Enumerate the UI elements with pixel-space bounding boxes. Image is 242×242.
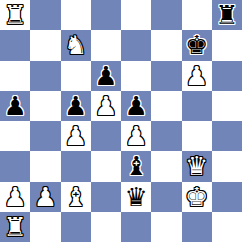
square-d8[interactable] bbox=[91, 0, 121, 30]
black-bishop[interactable]: ♝ bbox=[124, 153, 147, 179]
square-d2[interactable] bbox=[91, 182, 121, 212]
black-pawn[interactable]: ♟ bbox=[94, 63, 117, 89]
square-d1[interactable] bbox=[91, 212, 121, 242]
square-c2[interactable]: ♝ bbox=[61, 182, 91, 212]
square-b8[interactable] bbox=[30, 0, 60, 30]
square-f8[interactable] bbox=[151, 0, 181, 30]
square-h6[interactable] bbox=[212, 61, 242, 91]
square-h4[interactable] bbox=[212, 121, 242, 151]
square-b7[interactable] bbox=[30, 30, 60, 60]
square-f2[interactable] bbox=[151, 182, 181, 212]
square-h1[interactable] bbox=[212, 212, 242, 242]
square-f6[interactable] bbox=[151, 61, 181, 91]
square-e8[interactable] bbox=[121, 0, 151, 30]
square-g6[interactable]: ♟ bbox=[182, 61, 212, 91]
white-bishop[interactable]: ♝ bbox=[64, 184, 87, 210]
square-f7[interactable] bbox=[151, 30, 181, 60]
square-d4[interactable] bbox=[91, 121, 121, 151]
white-pawn[interactable]: ♟ bbox=[64, 123, 87, 149]
black-pawn[interactable]: ♟ bbox=[64, 93, 87, 119]
square-c3[interactable] bbox=[61, 151, 91, 181]
square-d7[interactable] bbox=[91, 30, 121, 60]
square-b1[interactable] bbox=[30, 212, 60, 242]
square-b4[interactable] bbox=[30, 121, 60, 151]
square-b2[interactable]: ♟ bbox=[30, 182, 60, 212]
black-pawn[interactable]: ♟ bbox=[3, 93, 26, 119]
square-d6[interactable]: ♟ bbox=[91, 61, 121, 91]
black-queen[interactable]: ♛ bbox=[124, 184, 147, 210]
square-e6[interactable] bbox=[121, 61, 151, 91]
white-queen[interactable]: ♛ bbox=[185, 153, 208, 179]
square-g5[interactable] bbox=[182, 91, 212, 121]
square-f1[interactable] bbox=[151, 212, 181, 242]
white-pawn[interactable]: ♟ bbox=[3, 184, 26, 210]
square-e4[interactable]: ♟ bbox=[121, 121, 151, 151]
square-a1[interactable]: ♜ bbox=[0, 212, 30, 242]
square-d5[interactable]: ♟ bbox=[91, 91, 121, 121]
square-e2[interactable]: ♛ bbox=[121, 182, 151, 212]
white-king[interactable]: ♚ bbox=[185, 184, 208, 210]
white-pawn[interactable]: ♟ bbox=[34, 184, 57, 210]
black-king[interactable]: ♚ bbox=[185, 32, 208, 58]
square-g3[interactable]: ♛ bbox=[182, 151, 212, 181]
black-rook[interactable]: ♜ bbox=[215, 2, 238, 28]
square-b3[interactable] bbox=[30, 151, 60, 181]
square-h3[interactable] bbox=[212, 151, 242, 181]
white-pawn[interactable]: ♟ bbox=[124, 123, 147, 149]
square-a3[interactable] bbox=[0, 151, 30, 181]
square-b5[interactable] bbox=[30, 91, 60, 121]
square-h8[interactable]: ♜ bbox=[212, 0, 242, 30]
square-c7[interactable]: ♞ bbox=[61, 30, 91, 60]
square-f5[interactable] bbox=[151, 91, 181, 121]
square-e5[interactable]: ♟ bbox=[121, 91, 151, 121]
square-g7[interactable]: ♚ bbox=[182, 30, 212, 60]
square-g2[interactable]: ♚ bbox=[182, 182, 212, 212]
square-f4[interactable] bbox=[151, 121, 181, 151]
square-d3[interactable] bbox=[91, 151, 121, 181]
square-e7[interactable] bbox=[121, 30, 151, 60]
square-f3[interactable] bbox=[151, 151, 181, 181]
square-g8[interactable] bbox=[182, 0, 212, 30]
square-c4[interactable]: ♟ bbox=[61, 121, 91, 151]
square-e3[interactable]: ♝ bbox=[121, 151, 151, 181]
square-g1[interactable] bbox=[182, 212, 212, 242]
white-knight[interactable]: ♞ bbox=[64, 32, 87, 58]
white-rook[interactable]: ♜ bbox=[3, 214, 26, 240]
square-b6[interactable] bbox=[30, 61, 60, 91]
square-a7[interactable] bbox=[0, 30, 30, 60]
square-a5[interactable]: ♟ bbox=[0, 91, 30, 121]
square-a4[interactable] bbox=[0, 121, 30, 151]
white-pawn[interactable]: ♟ bbox=[94, 93, 117, 119]
square-e1[interactable] bbox=[121, 212, 151, 242]
square-c8[interactable] bbox=[61, 0, 91, 30]
black-pawn[interactable]: ♟ bbox=[124, 93, 147, 119]
square-a8[interactable]: ♜ bbox=[0, 0, 30, 30]
square-h2[interactable] bbox=[212, 182, 242, 212]
square-a6[interactable] bbox=[0, 61, 30, 91]
square-h5[interactable] bbox=[212, 91, 242, 121]
square-g4[interactable] bbox=[182, 121, 212, 151]
square-c6[interactable] bbox=[61, 61, 91, 91]
square-c5[interactable]: ♟ bbox=[61, 91, 91, 121]
square-a2[interactable]: ♟ bbox=[0, 182, 30, 212]
white-rook[interactable]: ♜ bbox=[3, 2, 26, 28]
white-pawn[interactable]: ♟ bbox=[185, 63, 208, 89]
square-h7[interactable] bbox=[212, 30, 242, 60]
chess-board: ♜♜♞♚♟♟♟♟♟♟♟♟♝♛♟♟♝♛♚♜ bbox=[0, 0, 242, 242]
square-c1[interactable] bbox=[61, 212, 91, 242]
